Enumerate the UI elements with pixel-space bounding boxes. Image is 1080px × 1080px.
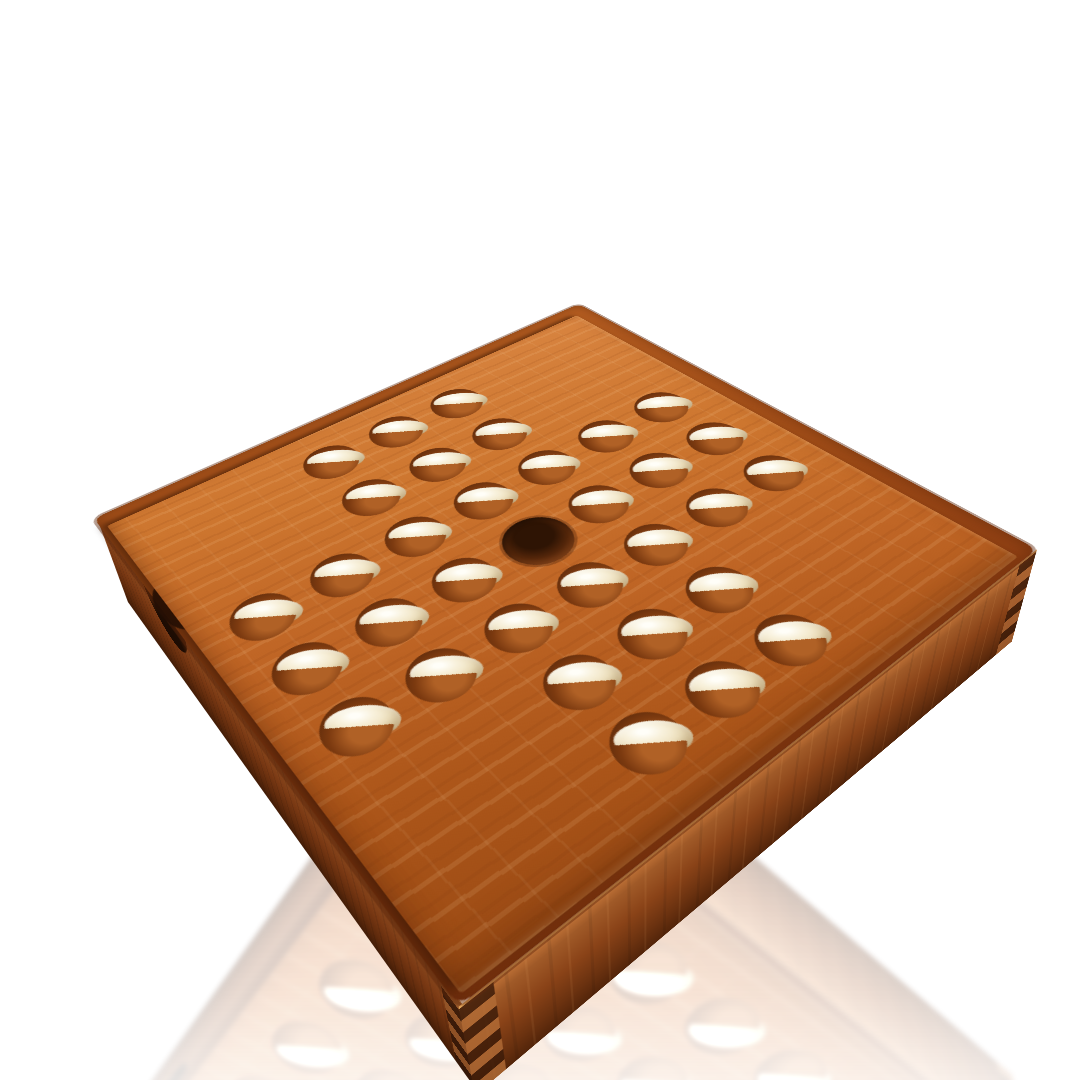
marble-r3c2[interactable] (433, 562, 504, 591)
cell-r4c1 (379, 625, 515, 730)
marble-r4c0[interactable] (320, 703, 405, 741)
peg-hole (299, 545, 387, 607)
cell-r3c0 (247, 619, 379, 722)
marble-r4c2[interactable] (486, 609, 560, 641)
peg-hole (219, 584, 309, 651)
marble-r6c2[interactable] (613, 719, 694, 759)
cell-r6c2 (579, 685, 730, 806)
peg-hole (471, 594, 567, 664)
marble-r4c3[interactable] (559, 567, 628, 597)
cell-r2c0 (207, 573, 331, 665)
solitaire-box (94, 304, 1037, 1007)
marble-r2c0[interactable] (229, 598, 308, 629)
marble-r4c4[interactable] (627, 528, 693, 556)
peg-hole (343, 589, 436, 658)
cell-r3c2 (407, 538, 531, 624)
board-grid (138, 328, 981, 944)
peg-hole (671, 558, 767, 624)
marble-r5c4[interactable] (688, 572, 759, 602)
peg-hole (528, 644, 631, 722)
marble-r3c1[interactable] (356, 603, 432, 635)
cell-r5c2 (515, 631, 655, 738)
cell-r5c4 (659, 547, 790, 637)
box-rim (94, 304, 1037, 1007)
marble-r6c4[interactable] (756, 620, 834, 654)
box-3d (0, 0, 1080, 1080)
cell-r2c1 (287, 535, 407, 620)
perspective-stage (0, 0, 1080, 1080)
marble-r3c0[interactable] (272, 648, 354, 682)
cell-r4c3 (531, 542, 658, 630)
cell-r3c1 (330, 577, 458, 671)
cell-r4c2 (458, 582, 590, 678)
peg-hole (260, 632, 356, 707)
peg-hole (593, 700, 703, 788)
peg-hole (739, 604, 841, 677)
cell-r4c0 (292, 671, 433, 786)
product-photo-scene (0, 0, 1080, 1080)
marble-r6c3[interactable] (688, 667, 767, 704)
marble-r5c3[interactable] (621, 614, 694, 647)
peg-hole (669, 650, 775, 730)
peg-hole (603, 599, 702, 671)
marble-r2c1[interactable] (310, 558, 384, 587)
board-surface (107, 315, 1018, 994)
peg-hole (544, 553, 637, 617)
cell-r6c4 (725, 592, 865, 692)
cell-r5c3 (590, 587, 726, 685)
marble-r5c2[interactable] (546, 660, 623, 696)
peg-hole (420, 549, 510, 612)
cell-r6c3 (655, 637, 800, 747)
peg-hole (306, 685, 409, 769)
marble-r4c1[interactable] (407, 654, 486, 689)
peg-hole (392, 638, 491, 715)
